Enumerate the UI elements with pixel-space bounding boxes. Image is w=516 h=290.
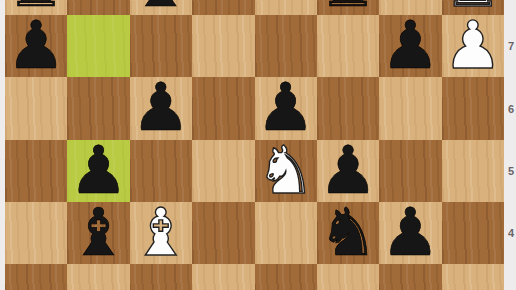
- square-f5[interactable]: ♟: [317, 140, 379, 202]
- square-d4[interactable]: [192, 202, 254, 264]
- square-d5[interactable]: [192, 140, 254, 202]
- square-b5[interactable]: ♟: [67, 140, 129, 202]
- square-f7[interactable]: [317, 15, 379, 77]
- square-c6[interactable]: ♟: [130, 77, 192, 139]
- rank-label-8: 8: [504, 0, 516, 15]
- square-g5[interactable]: [379, 140, 441, 202]
- square-e4[interactable]: [255, 202, 317, 264]
- piece-black-bishop-b4[interactable]: ♝: [69, 202, 128, 264]
- square-g6[interactable]: [379, 77, 441, 139]
- square-c8[interactable]: ♝: [130, 0, 192, 15]
- square-f4[interactable]: ♞: [317, 202, 379, 264]
- square-f8[interactable]: ♜: [317, 0, 379, 15]
- square-e7[interactable]: [255, 15, 317, 77]
- square-a5[interactable]: [5, 140, 67, 202]
- square-b4[interactable]: ♝: [67, 202, 129, 264]
- square-g4[interactable]: ♟: [379, 202, 441, 264]
- piece-black-pawn-c6[interactable]: ♟: [131, 77, 190, 139]
- square-e3[interactable]: [255, 264, 317, 290]
- square-d3[interactable]: [192, 264, 254, 290]
- square-c7[interactable]: [130, 15, 192, 77]
- square-f3[interactable]: [317, 264, 379, 290]
- chess-board: ♜♝♜♜♟♟♟♟♟♟♞♟♝♝♞♟: [5, 0, 504, 290]
- piece-white-bishop-c4[interactable]: ♝: [131, 202, 190, 264]
- square-a3[interactable]: [5, 264, 67, 290]
- piece-white-knight-e5[interactable]: ♞: [256, 140, 315, 202]
- square-a6[interactable]: [5, 77, 67, 139]
- square-c4[interactable]: ♝: [130, 202, 192, 264]
- square-h7[interactable]: ♟: [442, 15, 504, 77]
- square-h6[interactable]: [442, 77, 504, 139]
- piece-black-pawn-g4[interactable]: ♟: [381, 202, 440, 264]
- piece-black-bishop-c8[interactable]: ♝: [131, 0, 190, 15]
- square-a7[interactable]: ♟: [5, 15, 67, 77]
- square-b7[interactable]: [67, 15, 129, 77]
- square-b8[interactable]: [67, 0, 129, 15]
- square-b6[interactable]: [67, 77, 129, 139]
- square-e5[interactable]: ♞: [255, 140, 317, 202]
- square-c3[interactable]: [130, 264, 192, 290]
- piece-black-pawn-f5[interactable]: ♟: [318, 140, 377, 202]
- square-d7[interactable]: [192, 15, 254, 77]
- piece-black-pawn-b5[interactable]: ♟: [69, 140, 128, 202]
- chess-board-viewport: ♜♝♜♜♟♟♟♟♟♟♞♟♝♝♞♟ 87654321: [0, 0, 516, 290]
- piece-white-pawn-h7[interactable]: ♟: [443, 15, 502, 77]
- square-e6[interactable]: ♟: [255, 77, 317, 139]
- piece-black-pawn-e6[interactable]: ♟: [256, 77, 315, 139]
- square-b3[interactable]: [67, 264, 129, 290]
- piece-black-knight-f4[interactable]: ♞: [318, 202, 377, 264]
- rank-label-7: 7: [504, 15, 516, 77]
- rank-label-5: 5: [504, 140, 516, 202]
- square-a4[interactable]: [5, 202, 67, 264]
- square-f6[interactable]: [317, 77, 379, 139]
- square-g3[interactable]: [379, 264, 441, 290]
- square-h4[interactable]: [442, 202, 504, 264]
- square-h5[interactable]: [442, 140, 504, 202]
- piece-black-rook-f8[interactable]: ♜: [318, 0, 377, 15]
- rank-labels-rail: 87654321: [504, 0, 516, 290]
- piece-black-pawn-a7[interactable]: ♟: [7, 15, 66, 77]
- square-e8[interactable]: [255, 0, 317, 15]
- square-c5[interactable]: [130, 140, 192, 202]
- square-d8[interactable]: [192, 0, 254, 15]
- square-d6[interactable]: [192, 77, 254, 139]
- square-h3[interactable]: [442, 264, 504, 290]
- rank-label-6: 6: [504, 77, 516, 139]
- rank-label-4: 4: [504, 202, 516, 264]
- square-g7[interactable]: ♟: [379, 15, 441, 77]
- rank-label-3: 3: [504, 264, 516, 290]
- piece-black-pawn-g7[interactable]: ♟: [381, 15, 440, 77]
